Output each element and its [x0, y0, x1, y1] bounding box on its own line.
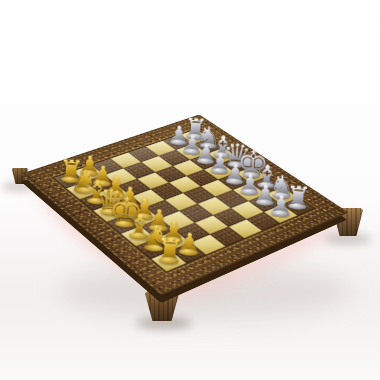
piece-gold-rook-h1[interactable]: ♜ [152, 234, 187, 262]
perspective-wrapper: ♜♞♝♛♚♝♞♜♟♟♟♟♟♟♟♟♟♟♟♟♟♟♟♟♜♞♝♛♚♝♞♜ [0, 0, 380, 380]
studio-scene: ♜♞♝♛♚♝♞♜♟♟♟♟♟♟♟♟♟♟♟♟♟♟♟♟♜♞♝♛♚♝♞♜ [0, 0, 380, 380]
chess-board: ♜♞♝♛♚♝♞♜♟♟♟♟♟♟♟♟♟♟♟♟♟♟♟♟♜♞♝♛♚♝♞♜ [20, 115, 348, 296]
piece-silver-pawn-h7[interactable]: ♟ [266, 191, 298, 215]
